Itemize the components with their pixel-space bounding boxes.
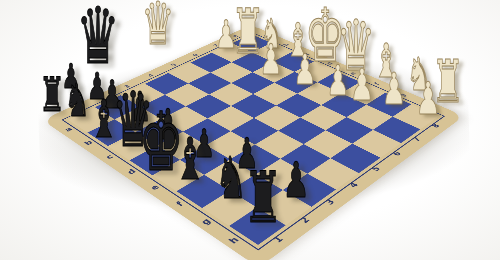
rank-label-4: 4 [345,180,363,191]
white-pawn-d7[interactable]: ♟ [293,49,316,91]
white-pawn-h7[interactable]: ♟ [415,76,440,121]
rank-label-3: 3 [321,196,340,208]
white-pawn-c7[interactable]: ♟ [259,39,282,81]
white-pawn-f7[interactable]: ♟ [350,63,374,107]
rank-label-6: 6 [389,149,406,159]
rank-label-7: 7 [409,135,426,144]
file-label-h: h [225,234,245,248]
black-rook-h1[interactable]: ♜ [243,162,282,233]
black-bishop-f1[interactable]: ♝ [174,130,206,188]
white-pawn-g7[interactable]: ♟ [382,67,406,111]
black-queen-side-a3[interactable]: ♛ [76,0,119,75]
black-rook-a1[interactable]: ♜ [39,71,65,118]
black-knight-b1[interactable]: ♞ [64,77,90,123]
white-pawn-e7[interactable]: ♟ [326,60,349,102]
rank-label-2: 2 [296,214,315,227]
rank-label-5: 5 [368,164,386,175]
black-pawn-h2[interactable]: ♟ [282,156,309,205]
file-label-g: g [197,216,216,229]
file-label-f: f [171,198,190,210]
white-queen-side-a5[interactable]: ♛ [142,0,175,53]
photo-background: aa11bb22cc33dd44ee55ff66gg77hh88 ♜♞♝♚♛♝♞… [0,0,500,260]
file-label-a: a [61,125,77,134]
